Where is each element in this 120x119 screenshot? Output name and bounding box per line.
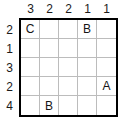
cell-r1c2[interactable] — [40, 20, 59, 39]
cell-r4c2[interactable] — [40, 77, 59, 96]
cell-r1c5[interactable] — [97, 20, 116, 39]
column-clue-2: 2 — [40, 0, 59, 18]
cell-r5c3[interactable] — [59, 96, 78, 115]
cell-r1c3[interactable] — [59, 20, 78, 39]
cell-r1c4-given-letter[interactable]: B — [78, 20, 97, 39]
cell-r5c1[interactable] — [21, 96, 40, 115]
cell-r4c3[interactable] — [59, 77, 78, 96]
cell-r4c5-given-letter[interactable]: A — [97, 77, 116, 96]
row-clue-2: 1 — [1, 39, 18, 58]
cell-r3c1[interactable] — [21, 58, 40, 77]
puzzle-canvas: 32211 21324 CBAB — [0, 0, 120, 119]
row-clues: 21324 — [1, 20, 18, 115]
cell-r5c2-given-letter[interactable]: B — [40, 96, 59, 115]
cell-r1c1-given-letter[interactable]: C — [21, 20, 40, 39]
cell-r2c2[interactable] — [40, 39, 59, 58]
puzzle-board: CBAB — [19, 18, 118, 117]
row-clue-4: 2 — [1, 77, 18, 96]
row-clue-3: 3 — [1, 58, 18, 77]
cell-r2c1[interactable] — [21, 39, 40, 58]
cell-r3c5[interactable] — [97, 58, 116, 77]
row-clue-5: 4 — [1, 96, 18, 115]
column-clue-3: 2 — [59, 0, 78, 18]
cell-r3c4[interactable] — [78, 58, 97, 77]
cell-r2c5[interactable] — [97, 39, 116, 58]
column-clue-1: 3 — [21, 0, 40, 18]
cell-r2c3[interactable] — [59, 39, 78, 58]
cell-r5c5[interactable] — [97, 96, 116, 115]
column-clue-4: 1 — [78, 0, 97, 18]
cell-r2c4[interactable] — [78, 39, 97, 58]
row-clue-1: 2 — [1, 20, 18, 39]
cell-r4c1[interactable] — [21, 77, 40, 96]
cell-r4c4[interactable] — [78, 77, 97, 96]
column-clues: 32211 — [21, 0, 116, 18]
cell-r3c2[interactable] — [40, 58, 59, 77]
cell-r5c4[interactable] — [78, 96, 97, 115]
cell-r3c3[interactable] — [59, 58, 78, 77]
column-clue-5: 1 — [97, 0, 116, 18]
